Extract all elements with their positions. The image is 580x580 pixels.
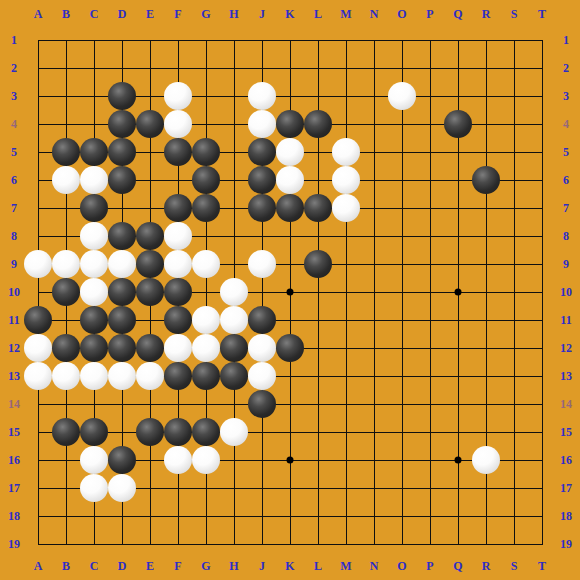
bottom-column-label-S: S — [503, 559, 525, 573]
go-board-app: AABBCCDDEEFFGGHHJJKKLLMMNNOOPPQQRRSSTT11… — [0, 0, 580, 580]
right-row-label-8: 8 — [555, 229, 577, 243]
stone-F8-white — [164, 222, 192, 250]
stone-C8-white — [80, 222, 108, 250]
stone-B6-white — [52, 166, 80, 194]
stone-C15-black — [80, 418, 108, 446]
stone-A11-black — [24, 306, 52, 334]
stone-J13-white — [248, 362, 276, 390]
stone-D17-white — [108, 474, 136, 502]
left-row-label-16: 16 — [3, 453, 25, 467]
stone-G16-white — [192, 446, 220, 474]
stone-C12-black — [80, 334, 108, 362]
right-row-label-13: 13 — [555, 369, 577, 383]
stone-L7-black — [304, 194, 332, 222]
stone-A9-white — [24, 250, 52, 278]
bottom-column-label-H: H — [223, 559, 245, 573]
stone-D9-white — [108, 250, 136, 278]
stone-C7-black — [80, 194, 108, 222]
left-row-label-18: 18 — [3, 509, 25, 523]
top-column-label-G: G — [195, 7, 217, 21]
top-column-label-B: B — [55, 7, 77, 21]
stone-C10-white — [80, 278, 108, 306]
stone-J7-black — [248, 194, 276, 222]
left-row-label-7: 7 — [3, 201, 25, 215]
grid-line-vertical — [374, 40, 375, 545]
stone-K4-black — [276, 110, 304, 138]
stone-A12-white — [24, 334, 52, 362]
bottom-column-label-J: J — [251, 559, 273, 573]
stone-C11-black — [80, 306, 108, 334]
top-column-label-K: K — [279, 7, 301, 21]
stone-D13-white — [108, 362, 136, 390]
right-row-label-9: 9 — [555, 257, 577, 271]
bottom-column-label-L: L — [307, 559, 329, 573]
left-row-label-11: 11 — [3, 313, 25, 327]
right-row-label-14: 14 — [555, 397, 577, 411]
stone-D5-black — [108, 138, 136, 166]
grid-line-vertical — [542, 40, 543, 545]
stone-F13-black — [164, 362, 192, 390]
right-row-label-15: 15 — [555, 425, 577, 439]
stone-B13-white — [52, 362, 80, 390]
stone-C5-black — [80, 138, 108, 166]
stone-K5-white — [276, 138, 304, 166]
left-row-label-19: 19 — [3, 537, 25, 551]
stone-H15-white — [220, 418, 248, 446]
bottom-column-label-P: P — [419, 559, 441, 573]
go-board[interactable]: AABBCCDDEEFFGGHHJJKKLLMMNNOOPPQQRRSSTT11… — [0, 0, 580, 580]
stone-G12-white — [192, 334, 220, 362]
bottom-column-label-G: G — [195, 559, 217, 573]
stone-G5-black — [192, 138, 220, 166]
top-column-label-N: N — [363, 7, 385, 21]
top-column-label-P: P — [419, 7, 441, 21]
top-column-label-R: R — [475, 7, 497, 21]
left-row-label-1: 1 — [3, 33, 25, 47]
stone-F3-white — [164, 82, 192, 110]
grid-line-vertical — [430, 40, 431, 545]
top-column-label-D: D — [111, 7, 133, 21]
top-column-label-F: F — [167, 7, 189, 21]
stone-F16-white — [164, 446, 192, 474]
stone-E9-black — [136, 250, 164, 278]
stone-G11-white — [192, 306, 220, 334]
top-column-label-J: J — [251, 7, 273, 21]
bottom-column-label-O: O — [391, 559, 413, 573]
stone-F7-black — [164, 194, 192, 222]
stone-G15-black — [192, 418, 220, 446]
stone-M5-white — [332, 138, 360, 166]
stone-J5-black — [248, 138, 276, 166]
stone-D3-black — [108, 82, 136, 110]
stone-J9-white — [248, 250, 276, 278]
stone-B9-white — [52, 250, 80, 278]
stone-G13-black — [192, 362, 220, 390]
left-row-label-3: 3 — [3, 89, 25, 103]
stone-L9-black — [304, 250, 332, 278]
right-row-label-2: 2 — [555, 61, 577, 75]
stone-A13-white — [24, 362, 52, 390]
stone-D4-black — [108, 110, 136, 138]
left-row-label-10: 10 — [3, 285, 25, 299]
right-row-label-7: 7 — [555, 201, 577, 215]
bottom-column-label-A: A — [27, 559, 49, 573]
bottom-column-label-F: F — [167, 559, 189, 573]
bottom-column-label-Q: Q — [447, 559, 469, 573]
stone-H12-black — [220, 334, 248, 362]
stone-L4-black — [304, 110, 332, 138]
hoshi-point-K16 — [287, 457, 294, 464]
top-column-label-A: A — [27, 7, 49, 21]
left-row-label-8: 8 — [3, 229, 25, 243]
top-column-label-T: T — [531, 7, 553, 21]
left-row-label-15: 15 — [3, 425, 25, 439]
stone-R6-black — [472, 166, 500, 194]
stone-M7-white — [332, 194, 360, 222]
stone-M6-white — [332, 166, 360, 194]
grid-line-horizontal — [38, 544, 543, 545]
stone-B5-black — [52, 138, 80, 166]
stone-E10-black — [136, 278, 164, 306]
grid-line-vertical — [346, 40, 347, 545]
grid-line-horizontal — [38, 432, 543, 433]
stone-H11-white — [220, 306, 248, 334]
stone-C17-white — [80, 474, 108, 502]
stone-J3-white — [248, 82, 276, 110]
stone-R16-white — [472, 446, 500, 474]
stone-G7-black — [192, 194, 220, 222]
stone-K6-white — [276, 166, 304, 194]
stone-C16-white — [80, 446, 108, 474]
grid-line-vertical — [402, 40, 403, 545]
hoshi-point-Q10 — [455, 289, 462, 296]
top-column-label-E: E — [139, 7, 161, 21]
top-column-label-M: M — [335, 7, 357, 21]
top-column-label-O: O — [391, 7, 413, 21]
bottom-column-label-N: N — [363, 559, 385, 573]
stone-J11-black — [248, 306, 276, 334]
stone-Q4-black — [444, 110, 472, 138]
stone-C6-white — [80, 166, 108, 194]
bottom-column-label-K: K — [279, 559, 301, 573]
bottom-column-label-M: M — [335, 559, 357, 573]
stone-J6-black — [248, 166, 276, 194]
stone-E4-black — [136, 110, 164, 138]
stone-H10-white — [220, 278, 248, 306]
stone-F5-black — [164, 138, 192, 166]
right-row-label-10: 10 — [555, 285, 577, 299]
stone-E15-black — [136, 418, 164, 446]
stone-D6-black — [108, 166, 136, 194]
right-row-label-4: 4 — [555, 117, 577, 131]
stone-G9-white — [192, 250, 220, 278]
top-column-label-Q: Q — [447, 7, 469, 21]
stone-J14-black — [248, 390, 276, 418]
right-row-label-5: 5 — [555, 145, 577, 159]
right-row-label-17: 17 — [555, 481, 577, 495]
stone-E13-white — [136, 362, 164, 390]
stone-J4-white — [248, 110, 276, 138]
left-row-label-6: 6 — [3, 173, 25, 187]
stone-F10-black — [164, 278, 192, 306]
left-row-label-14: 14 — [3, 397, 25, 411]
stone-K7-black — [276, 194, 304, 222]
stone-E12-black — [136, 334, 164, 362]
stone-C9-white — [80, 250, 108, 278]
stone-F9-white — [164, 250, 192, 278]
right-row-label-18: 18 — [555, 509, 577, 523]
bottom-column-label-D: D — [111, 559, 133, 573]
right-row-label-6: 6 — [555, 173, 577, 187]
stone-B12-black — [52, 334, 80, 362]
stone-O3-white — [388, 82, 416, 110]
stone-C13-white — [80, 362, 108, 390]
bottom-column-label-C: C — [83, 559, 105, 573]
stone-B15-black — [52, 418, 80, 446]
stone-K12-black — [276, 334, 304, 362]
right-row-label-3: 3 — [555, 89, 577, 103]
stone-D10-black — [108, 278, 136, 306]
right-row-label-12: 12 — [555, 341, 577, 355]
bottom-column-label-E: E — [139, 559, 161, 573]
left-row-label-13: 13 — [3, 369, 25, 383]
stone-J12-white — [248, 334, 276, 362]
stone-H13-black — [220, 362, 248, 390]
stone-D8-black — [108, 222, 136, 250]
grid-line-horizontal — [38, 404, 543, 405]
stone-D12-black — [108, 334, 136, 362]
stone-B10-black — [52, 278, 80, 306]
stone-D16-black — [108, 446, 136, 474]
stone-F12-white — [164, 334, 192, 362]
left-row-label-2: 2 — [3, 61, 25, 75]
hoshi-point-K10 — [287, 289, 294, 296]
stone-F11-black — [164, 306, 192, 334]
top-column-label-S: S — [503, 7, 525, 21]
stone-F4-white — [164, 110, 192, 138]
right-row-label-19: 19 — [555, 537, 577, 551]
bottom-column-label-R: R — [475, 559, 497, 573]
top-column-label-L: L — [307, 7, 329, 21]
top-column-label-H: H — [223, 7, 245, 21]
stone-G6-black — [192, 166, 220, 194]
right-row-label-1: 1 — [555, 33, 577, 47]
grid-line-vertical — [514, 40, 515, 545]
right-row-label-11: 11 — [555, 313, 577, 327]
left-row-label-5: 5 — [3, 145, 25, 159]
stone-D11-black — [108, 306, 136, 334]
right-row-label-16: 16 — [555, 453, 577, 467]
stone-F15-black — [164, 418, 192, 446]
stone-E8-black — [136, 222, 164, 250]
grid-line-horizontal — [38, 516, 543, 517]
left-row-label-12: 12 — [3, 341, 25, 355]
hoshi-point-Q16 — [455, 457, 462, 464]
bottom-column-label-B: B — [55, 559, 77, 573]
bottom-column-label-T: T — [531, 559, 553, 573]
left-row-label-17: 17 — [3, 481, 25, 495]
left-row-label-4: 4 — [3, 117, 25, 131]
top-column-label-C: C — [83, 7, 105, 21]
left-row-label-9: 9 — [3, 257, 25, 271]
